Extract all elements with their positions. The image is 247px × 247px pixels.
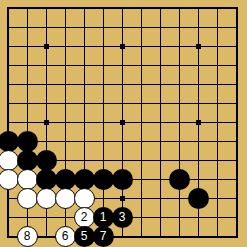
star-point xyxy=(120,196,125,201)
move-number: 7 xyxy=(100,230,107,242)
grid-line-vertical xyxy=(141,8,142,237)
white-stone xyxy=(17,188,38,209)
black-stone xyxy=(93,169,114,190)
move-number: 3 xyxy=(119,211,126,223)
grid-line-vertical xyxy=(160,8,161,237)
black-stone xyxy=(36,169,57,190)
white-stone: 6 xyxy=(55,226,76,247)
move-number: 2 xyxy=(81,211,88,223)
black-stone xyxy=(112,169,133,190)
black-stone xyxy=(17,150,38,171)
black-stone xyxy=(169,169,190,190)
black-stone xyxy=(74,169,95,190)
grid-line-vertical xyxy=(179,8,180,237)
black-stone xyxy=(188,188,209,209)
white-stone xyxy=(36,188,57,209)
grid-line-vertical xyxy=(217,8,218,237)
star-point xyxy=(120,44,125,49)
star-point xyxy=(196,44,201,49)
white-stone xyxy=(55,188,76,209)
move-number: 1 xyxy=(100,211,107,223)
black-stone xyxy=(55,169,76,190)
grid-line-vertical xyxy=(236,8,237,237)
white-stone xyxy=(17,169,38,190)
black-stone: 1 xyxy=(93,207,114,228)
star-point xyxy=(120,120,125,125)
move-number: 8 xyxy=(24,230,31,242)
black-stone: 3 xyxy=(112,207,133,228)
star-point xyxy=(44,44,49,49)
black-stone xyxy=(0,131,19,152)
white-stone xyxy=(0,150,19,171)
black-stone xyxy=(17,131,38,152)
white-stone xyxy=(74,188,95,209)
black-stone: 7 xyxy=(93,226,114,247)
grid-line-horizontal xyxy=(8,236,237,237)
star-point xyxy=(196,120,201,125)
black-stone xyxy=(36,150,57,171)
move-number: 6 xyxy=(62,230,69,242)
go-board-diagram: 2138657 xyxy=(0,0,247,247)
star-point xyxy=(44,120,49,125)
black-stone: 5 xyxy=(74,226,95,247)
white-stone xyxy=(0,169,19,190)
white-stone: 2 xyxy=(74,207,95,228)
white-stone: 8 xyxy=(17,226,38,247)
move-number: 5 xyxy=(81,230,88,242)
grid-line-horizontal xyxy=(8,141,237,142)
